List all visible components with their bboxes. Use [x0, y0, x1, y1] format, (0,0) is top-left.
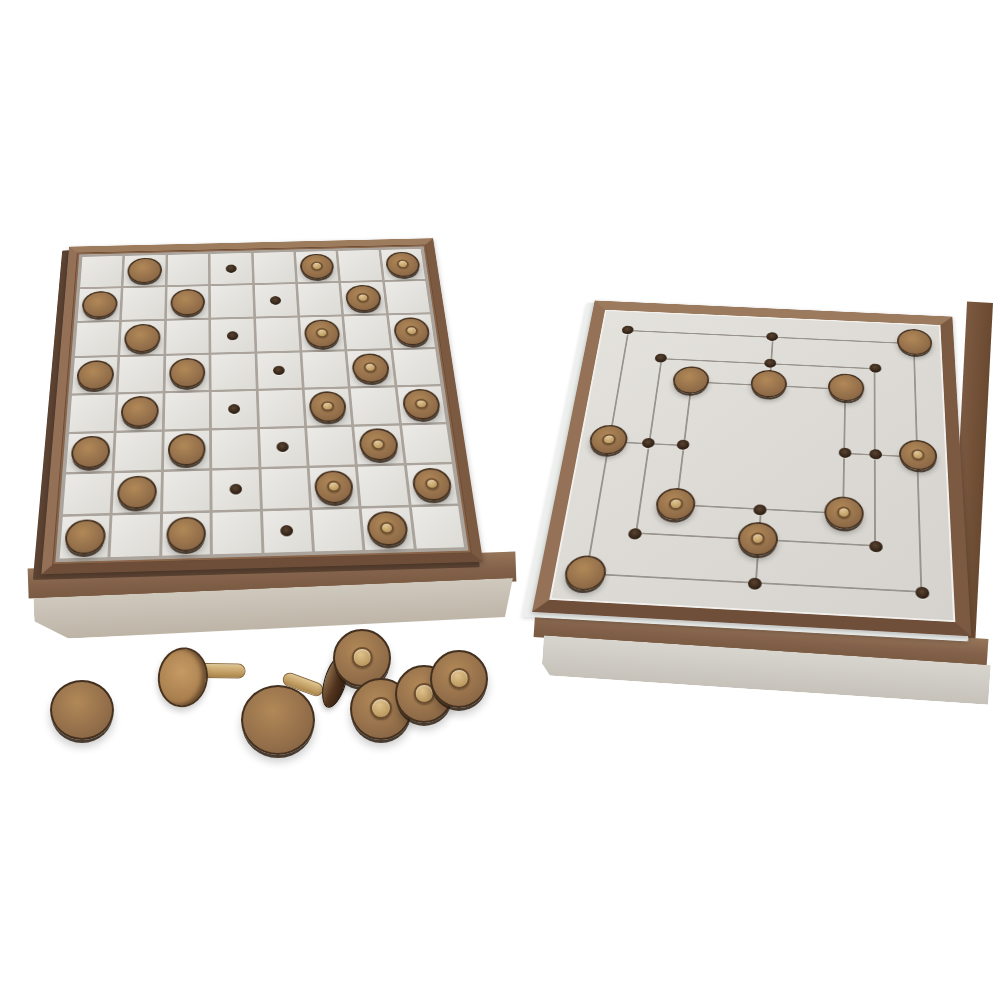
peg-shaft: [281, 671, 325, 699]
peg-icon: [352, 647, 373, 668]
peg-icon: [370, 697, 392, 719]
loose-pegged-disc-face-up[interactable]: [430, 650, 488, 708]
loose-flat-disc[interactable]: [50, 680, 114, 740]
product-photo-scene: [0, 0, 1000, 1000]
loose-pieces: [0, 0, 1000, 1000]
pegged-disc-piece[interactable]: [430, 650, 488, 708]
peg-icon: [449, 668, 470, 689]
flat-disc-piece[interactable]: [50, 680, 114, 740]
disc-face: [154, 644, 211, 710]
